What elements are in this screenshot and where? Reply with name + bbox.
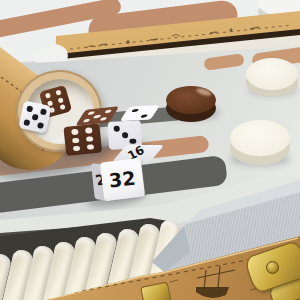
backgammon-case-photo: 16 2 32 bbox=[0, 0, 300, 300]
latch-screw bbox=[266, 261, 279, 274]
